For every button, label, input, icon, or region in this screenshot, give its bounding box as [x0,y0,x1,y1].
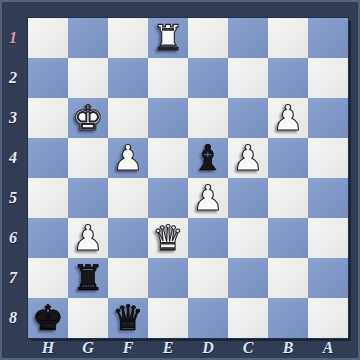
white-pawn[interactable]: ♟ [192,178,223,218]
square-b1[interactable] [268,18,308,58]
square-h7[interactable] [28,258,68,298]
chess-board: ♜♚♟♟♝♟♟♟♛♜♚♛ [27,17,349,339]
black-king[interactable]: ♚ [32,298,63,338]
square-d8[interactable] [188,298,228,338]
square-f8[interactable]: ♛ [108,298,148,338]
square-d5[interactable]: ♟ [188,178,228,218]
rank-label-5: 5 [0,178,26,218]
square-f6[interactable] [108,218,148,258]
white-pawn[interactable]: ♟ [272,98,303,138]
square-d6[interactable] [188,218,228,258]
square-d2[interactable] [188,58,228,98]
file-label-d: D [188,339,228,357]
square-a3[interactable] [308,98,348,138]
white-pawn[interactable]: ♟ [232,138,263,178]
square-h6[interactable] [28,218,68,258]
square-c1[interactable] [228,18,268,58]
black-bishop[interactable]: ♝ [192,138,223,178]
file-label-h: H [28,339,68,357]
rank-label-8: 8 [0,298,26,338]
white-queen[interactable]: ♛ [152,218,183,258]
square-c5[interactable] [228,178,268,218]
file-label-a: A [308,339,348,357]
square-d1[interactable] [188,18,228,58]
square-h8[interactable]: ♚ [28,298,68,338]
square-a2[interactable] [308,58,348,98]
square-b2[interactable] [268,58,308,98]
square-f7[interactable] [108,258,148,298]
square-e6[interactable]: ♛ [148,218,188,258]
square-f3[interactable] [108,98,148,138]
file-label-g: G [68,339,108,357]
square-a1[interactable] [308,18,348,58]
square-g3[interactable]: ♚ [68,98,108,138]
square-e3[interactable] [148,98,188,138]
board-frame: ♜♚♟♟♝♟♟♟♛♜♚♛ 12345678 HGFEDCBA [0,0,360,360]
square-e4[interactable] [148,138,188,178]
rank-label-7: 7 [0,258,26,298]
square-h4[interactable] [28,138,68,178]
square-a5[interactable] [308,178,348,218]
white-rook[interactable]: ♜ [152,18,183,58]
square-c2[interactable] [228,58,268,98]
file-label-e: E [148,339,188,357]
file-label-b: B [268,339,308,357]
rank-label-3: 3 [0,98,26,138]
square-g2[interactable] [68,58,108,98]
white-pawn[interactable]: ♟ [72,218,103,258]
square-d7[interactable] [188,258,228,298]
square-g6[interactable]: ♟ [68,218,108,258]
square-h3[interactable] [28,98,68,138]
file-label-f: F [108,339,148,357]
square-e2[interactable] [148,58,188,98]
square-a7[interactable] [308,258,348,298]
square-g7[interactable]: ♜ [68,258,108,298]
square-a4[interactable] [308,138,348,178]
square-g4[interactable] [68,138,108,178]
square-g1[interactable] [68,18,108,58]
rank-label-2: 2 [0,58,26,98]
square-e5[interactable] [148,178,188,218]
square-c6[interactable] [228,218,268,258]
square-f2[interactable] [108,58,148,98]
square-b4[interactable] [268,138,308,178]
rank-label-1: 1 [0,18,26,58]
square-a6[interactable] [308,218,348,258]
white-king[interactable]: ♚ [72,98,103,138]
square-c3[interactable] [228,98,268,138]
file-label-c: C [228,339,268,357]
square-h5[interactable] [28,178,68,218]
square-c4[interactable]: ♟ [228,138,268,178]
square-e8[interactable] [148,298,188,338]
square-b8[interactable] [268,298,308,338]
rank-label-6: 6 [0,218,26,258]
square-d4[interactable]: ♝ [188,138,228,178]
black-rook[interactable]: ♜ [72,258,103,298]
square-h1[interactable] [28,18,68,58]
square-b5[interactable] [268,178,308,218]
black-queen[interactable]: ♛ [112,298,143,338]
square-f5[interactable] [108,178,148,218]
square-e1[interactable]: ♜ [148,18,188,58]
square-h2[interactable] [28,58,68,98]
square-f1[interactable] [108,18,148,58]
square-c8[interactable] [228,298,268,338]
square-a8[interactable] [308,298,348,338]
white-pawn[interactable]: ♟ [112,138,143,178]
square-g5[interactable] [68,178,108,218]
square-f4[interactable]: ♟ [108,138,148,178]
square-e7[interactable] [148,258,188,298]
square-b7[interactable] [268,258,308,298]
square-b3[interactable]: ♟ [268,98,308,138]
rank-label-4: 4 [0,138,26,178]
square-d3[interactable] [188,98,228,138]
square-g8[interactable] [68,298,108,338]
square-c7[interactable] [228,258,268,298]
square-b6[interactable] [268,218,308,258]
